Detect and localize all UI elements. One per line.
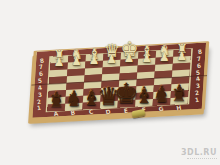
watermark: 3DL.RU (181, 148, 217, 162)
square-h1 (170, 97, 188, 105)
chessboard (29, 41, 209, 119)
watermark-text: 3DL.RU (181, 148, 217, 157)
square-d1 (100, 101, 118, 109)
square-b1 (65, 103, 83, 111)
square-c1 (82, 102, 100, 110)
square-g1 (153, 98, 171, 106)
square-e1 (117, 100, 135, 108)
watermark-subtext (187, 158, 217, 162)
photo-stage: 8877665544332211AABBCCDDEEFFGGHH ♜♞♝♛♚♝♞… (0, 0, 220, 165)
square-f1 (135, 99, 153, 107)
square-a1 (47, 104, 65, 112)
